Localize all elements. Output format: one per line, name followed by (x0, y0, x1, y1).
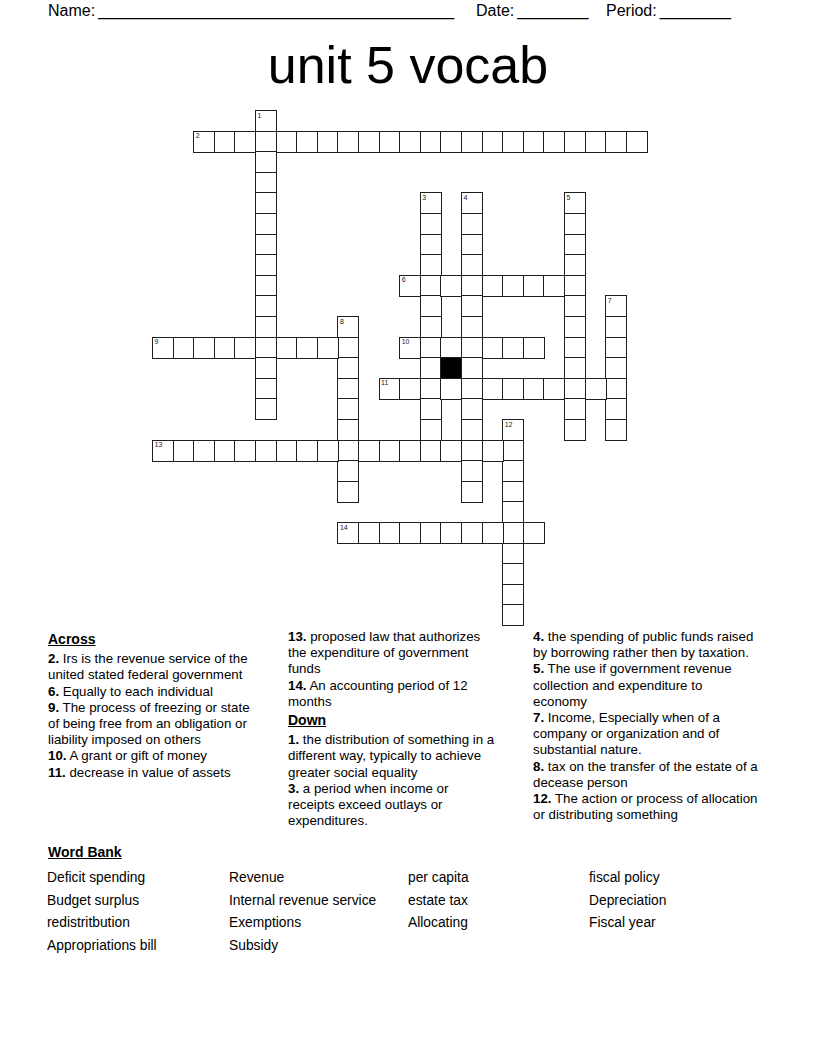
crossword-cell[interactable] (214, 440, 236, 462)
crossword-cell[interactable] (173, 440, 195, 462)
crossword-cell[interactable] (626, 131, 648, 153)
clue-number: 13. (288, 629, 307, 644)
crossword-cell[interactable] (502, 378, 524, 400)
crossword-cell[interactable] (420, 419, 442, 441)
crossword-cell[interactable] (234, 131, 256, 153)
crossword-cell[interactable] (482, 337, 504, 359)
crossword-cell[interactable] (605, 378, 627, 400)
crossword-cell[interactable] (461, 419, 483, 441)
crossword-cell[interactable] (502, 460, 524, 482)
page-title: unit 5 vocab (0, 39, 816, 91)
word-bank-column-3: per capitaestate taxAllocating (408, 867, 469, 935)
clue-10: 10. A grant or gift of money (48, 748, 254, 764)
crossword-cell[interactable] (440, 522, 462, 544)
crossword-cell[interactable] (461, 357, 483, 379)
crossword-cell[interactable] (502, 275, 524, 297)
crossword-cell[interactable] (564, 295, 586, 317)
cell-number: 6 (402, 276, 406, 283)
across-heading: Across (48, 631, 254, 647)
crossword-cell[interactable] (564, 419, 586, 441)
crossword-cell[interactable]: 4 (461, 192, 483, 214)
crossword-cell[interactable] (317, 131, 339, 153)
crossword-cell[interactable] (379, 522, 401, 544)
crossword-cell[interactable]: 13 (152, 440, 174, 462)
crossword-cell[interactable] (502, 522, 524, 544)
crossword-cell[interactable]: 6 (399, 275, 421, 297)
word-bank-item: fiscal policy (589, 867, 666, 890)
crossword-cell[interactable] (564, 131, 586, 153)
crossword-cell[interactable] (255, 151, 277, 173)
worksheet-header: Name:___________________________________… (0, 2, 816, 26)
clue-6: 6. Equally to each individual (48, 684, 254, 700)
crossword-cell[interactable] (296, 131, 318, 153)
crossword-cell[interactable] (605, 357, 627, 379)
crossword-cell[interactable] (337, 419, 359, 441)
word-bank-item: Revenue (229, 867, 376, 890)
word-bank-column-4: fiscal policyDepreciationFiscal year (589, 867, 666, 935)
crossword-cell[interactable] (420, 440, 442, 462)
crossword-cell[interactable] (585, 378, 607, 400)
cell-number: 10 (402, 338, 410, 345)
crossword-cell[interactable] (399, 131, 421, 153)
crossword-cell[interactable] (440, 131, 462, 153)
clue-3: 3. a period when income or receipts exce… (288, 781, 498, 830)
crossword-cell[interactable] (420, 131, 442, 153)
crossword-cell[interactable] (564, 357, 586, 379)
clue-4: 4. the spending of public funds raised b… (533, 629, 759, 661)
crossword-cell[interactable] (482, 378, 504, 400)
crossword-cell[interactable] (337, 440, 359, 462)
crossword-cell[interactable] (255, 234, 277, 256)
clue-number: 8. (533, 759, 544, 774)
crossword-cell[interactable] (420, 254, 442, 276)
crossword-cell[interactable] (502, 481, 524, 503)
crossword-cell[interactable]: 8 (337, 316, 359, 338)
crossword-cell[interactable] (214, 337, 236, 359)
clue-number: 1. (288, 732, 299, 747)
crossword-cell[interactable] (461, 440, 483, 462)
cell-number: 5 (567, 194, 571, 201)
crossword-cell[interactable] (564, 316, 586, 338)
crossword-cell[interactable] (399, 378, 421, 400)
word-bank-item: redistritbution (47, 912, 157, 935)
clue-number: 7. (533, 710, 544, 725)
cell-number: 14 (340, 524, 348, 531)
crossword-cell[interactable]: 11 (379, 378, 401, 400)
crossword-cell[interactable] (461, 213, 483, 235)
crossword-cell[interactable]: 14 (337, 522, 359, 544)
crossword-cell[interactable] (420, 295, 442, 317)
crossword-cell[interactable] (461, 378, 483, 400)
name-blank-line: ________________________________________ (98, 2, 454, 19)
crossword-cell[interactable] (379, 131, 401, 153)
cell-number: 2 (196, 132, 200, 139)
down-heading: Down (288, 712, 498, 728)
crossword-cell[interactable] (502, 501, 524, 523)
crossword-cell[interactable] (193, 337, 215, 359)
crossword-cell[interactable] (564, 213, 586, 235)
clue-9: 9. The process of freezing or state of b… (48, 700, 254, 749)
date-label: Date: (476, 2, 514, 19)
cell-number: 4 (464, 194, 468, 201)
crossword-cell[interactable] (564, 378, 586, 400)
crossword-cell[interactable] (337, 460, 359, 482)
clue-number: 14. (288, 678, 307, 693)
cell-number: 1 (258, 112, 262, 119)
crossword-cell[interactable] (523, 131, 545, 153)
period-label: Period: (606, 2, 657, 19)
clue-number: 9. (48, 700, 59, 715)
word-bank-items: Deficit spendingBudget surplusredistritb… (0, 867, 816, 967)
crossword-cell[interactable] (276, 131, 298, 153)
crossword-cell[interactable]: 10 (399, 337, 421, 359)
crossword-cell[interactable] (337, 131, 359, 153)
crossword-cell[interactable] (255, 254, 277, 276)
crossword-cell[interactable] (255, 357, 277, 379)
clue-number: 10. (48, 748, 67, 763)
clue-14: 14. An accounting period of 12 months (288, 678, 498, 710)
crossword-cell[interactable] (605, 398, 627, 420)
crossword-cell[interactable] (461, 131, 483, 153)
crossword-cell[interactable] (420, 275, 442, 297)
date-field: Date:________ (476, 2, 588, 20)
word-bank-item: Exemptions (229, 912, 376, 935)
crossword-cell[interactable] (523, 337, 545, 359)
crossword-cell[interactable] (420, 316, 442, 338)
period-field: Period:________ (606, 2, 731, 20)
crossword-grid: 1234567891011121314 (152, 110, 652, 630)
crossword-cell[interactable] (276, 440, 298, 462)
crossword-cell[interactable] (255, 316, 277, 338)
crossword-cell[interactable] (255, 213, 277, 235)
crossword-cell[interactable] (605, 316, 627, 338)
crossword-cell[interactable] (482, 440, 504, 462)
clue-8: 8. tax on the transfer of the estate of … (533, 759, 759, 791)
crossword-cell[interactable] (502, 337, 524, 359)
cell-number: 12 (505, 421, 513, 428)
crossword-cell[interactable] (337, 357, 359, 379)
crossword-cell[interactable] (255, 275, 277, 297)
crossword-cell[interactable]: 1 (255, 110, 277, 132)
crossword-cell[interactable] (193, 440, 215, 462)
crossword-cell[interactable] (502, 604, 524, 626)
period-blank-line: ________ (660, 2, 731, 19)
word-bank-item: Fiscal year (589, 912, 666, 935)
crossword-cell[interactable] (461, 275, 483, 297)
crossword-cell[interactable]: 2 (193, 131, 215, 153)
crossword-cell[interactable] (399, 440, 421, 462)
crossword-cell[interactable] (543, 131, 565, 153)
crossword-cell[interactable]: 3 (420, 192, 442, 214)
crossword-cell[interactable] (420, 378, 442, 400)
crossword-cell[interactable] (482, 275, 504, 297)
crossword-cell[interactable] (461, 254, 483, 276)
crossword-cell[interactable] (461, 522, 483, 544)
clue-number: 4. (533, 629, 544, 644)
clue-column-3: 4. the spending of public funds raised b… (533, 629, 759, 823)
crossword-cell[interactable] (605, 419, 627, 441)
cell-number: 8 (340, 318, 344, 325)
crossword-cell[interactable] (440, 275, 462, 297)
worksheet-page: { "game": "crossword", "title": "unit 5 … (0, 0, 816, 1056)
crossword-cell[interactable] (255, 131, 277, 153)
crossword-cell[interactable] (564, 275, 586, 297)
crossword-cell[interactable] (564, 337, 586, 359)
clue-number: 6. (48, 684, 59, 699)
crossword-cell[interactable] (502, 440, 524, 462)
crossword-cell[interactable] (502, 543, 524, 565)
clue-column-1: Across2. Irs is the revenue service of t… (48, 629, 254, 781)
word-bank-item: per capita (408, 867, 469, 890)
crossword-cell[interactable] (461, 460, 483, 482)
crossword-cell[interactable] (420, 357, 442, 379)
crossword-cell[interactable] (317, 440, 339, 462)
crossword-cell[interactable] (461, 398, 483, 420)
word-bank-item: Subsidy (229, 935, 376, 958)
crossword-cell[interactable] (234, 440, 256, 462)
crossword-cell[interactable] (440, 378, 462, 400)
crossword-cell[interactable] (564, 398, 586, 420)
crossword-cell[interactable] (358, 131, 380, 153)
crossword-cell[interactable] (420, 522, 442, 544)
crossword-cell[interactable] (523, 275, 545, 297)
word-bank-item: Budget surplus (47, 890, 157, 913)
clue-number: 12. (533, 791, 552, 806)
crossword-cell[interactable] (337, 398, 359, 420)
crossword-cell[interactable] (317, 337, 339, 359)
clue-number: 3. (288, 781, 299, 796)
crossword-cell[interactable] (461, 481, 483, 503)
crossword-cell[interactable] (440, 337, 462, 359)
crossword-cell[interactable]: 12 (502, 419, 524, 441)
word-bank-item: estate tax (408, 890, 469, 913)
crossword-cell[interactable]: 5 (564, 192, 586, 214)
crossword-cell[interactable]: 9 (152, 337, 174, 359)
crossword-cell[interactable] (337, 378, 359, 400)
crossword-cell[interactable] (543, 378, 565, 400)
crossword-cell[interactable] (543, 275, 565, 297)
word-bank-item: Depreciation (589, 890, 666, 913)
crossword-cell[interactable] (379, 440, 401, 462)
crossword-cell[interactable] (502, 131, 524, 153)
clue-5: 5. The use if government revenue collect… (533, 661, 759, 710)
crossword-cell[interactable] (337, 481, 359, 503)
name-label: Name: (48, 2, 95, 19)
cell-number: 9 (155, 338, 159, 345)
crossword-cell[interactable] (276, 337, 298, 359)
crossword-cell[interactable] (358, 522, 380, 544)
crossword-cell[interactable]: 7 (605, 295, 627, 317)
cell-number: 3 (422, 194, 426, 201)
clue-1: 1. the distribution of something in a di… (288, 732, 498, 781)
crossword-cell[interactable] (502, 563, 524, 585)
word-bank-item: Allocating (408, 912, 469, 935)
crossword-cell[interactable] (420, 398, 442, 420)
crossword-cell[interactable] (482, 131, 504, 153)
crossword-cell[interactable] (420, 234, 442, 256)
crossword-cell-black (440, 357, 462, 379)
crossword-cell[interactable] (461, 295, 483, 317)
crossword-cell[interactable] (234, 337, 256, 359)
clue-11: 11. decrease in value of assets (48, 765, 254, 781)
word-bank-heading: Word Bank (48, 844, 122, 860)
clue-number: 2. (48, 651, 59, 666)
word-bank-column-1: Deficit spendingBudget surplusredistritb… (47, 867, 157, 957)
crossword-cell[interactable] (255, 440, 277, 462)
crossword-cell[interactable] (173, 337, 195, 359)
crossword-cell[interactable] (399, 522, 421, 544)
word-bank-item: Deficit spending (47, 867, 157, 890)
cell-number: 7 (608, 297, 612, 304)
crossword-cell[interactable] (337, 337, 359, 359)
crossword-cell[interactable] (255, 172, 277, 194)
crossword-cell[interactable] (296, 440, 318, 462)
crossword-cell[interactable] (564, 254, 586, 276)
crossword-cell[interactable] (255, 295, 277, 317)
crossword-cell[interactable] (296, 337, 318, 359)
name-field: Name:___________________________________… (48, 2, 454, 20)
clue-number: 5. (533, 661, 544, 676)
word-bank-item: Internal revenue service (229, 890, 376, 913)
word-bank-item: Appropriations bill (47, 935, 157, 958)
crossword-cell[interactable] (214, 131, 236, 153)
crossword-cell[interactable] (358, 440, 380, 462)
crossword-cell[interactable] (585, 131, 607, 153)
crossword-cell[interactable] (420, 337, 442, 359)
crossword-cell[interactable] (255, 398, 277, 420)
clue-12: 12. The action or process of allocation … (533, 791, 759, 823)
crossword-cell[interactable] (482, 522, 504, 544)
cell-number: 13 (155, 441, 163, 448)
word-bank-column-2: RevenueInternal revenue serviceExemption… (229, 867, 376, 957)
clue-number: 11. (48, 765, 66, 780)
crossword-cell[interactable] (440, 440, 462, 462)
clue-column-2: 13. proposed law that authorizes the exp… (288, 629, 498, 829)
crossword-cell[interactable] (255, 378, 277, 400)
crossword-cell[interactable] (461, 316, 483, 338)
crossword-cell[interactable] (255, 337, 277, 359)
crossword-cell[interactable] (523, 378, 545, 400)
crossword-cell[interactable] (605, 131, 627, 153)
crossword-cell[interactable] (255, 192, 277, 214)
crossword-cell[interactable] (461, 234, 483, 256)
clue-7: 7. Income, Especially when of a company … (533, 710, 759, 759)
crossword-cell[interactable] (420, 213, 442, 235)
clue-2: 2. Irs is the revenue service of the uni… (48, 651, 254, 683)
crossword-cell[interactable] (461, 337, 483, 359)
cell-number: 11 (381, 379, 388, 386)
crossword-cell[interactable] (564, 234, 586, 256)
crossword-cell[interactable] (523, 522, 545, 544)
date-blank-line: ________ (517, 2, 588, 19)
clue-13: 13. proposed law that authorizes the exp… (288, 629, 498, 678)
crossword-cell[interactable] (605, 337, 627, 359)
crossword-cell[interactable] (502, 584, 524, 606)
